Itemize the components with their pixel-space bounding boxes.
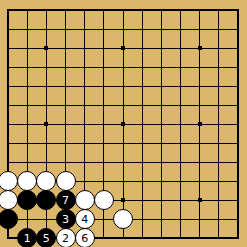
- black-stone[interactable]: 5: [36, 228, 56, 247]
- white-stone[interactable]: [94, 190, 114, 210]
- move-number: 3: [62, 214, 69, 225]
- white-stone[interactable]: [36, 171, 56, 191]
- white-stone[interactable]: [17, 171, 37, 191]
- stones-layer: 7341526: [0, 0, 247, 247]
- go-board[interactable]: 7341526: [0, 0, 247, 247]
- white-stone[interactable]: 6: [75, 228, 95, 247]
- black-stone[interactable]: [36, 190, 56, 210]
- white-stone[interactable]: [0, 171, 18, 191]
- move-number: 1: [24, 233, 31, 244]
- white-stone[interactable]: 4: [75, 209, 95, 229]
- move-number: 7: [62, 195, 69, 206]
- white-stone[interactable]: [75, 190, 95, 210]
- white-stone[interactable]: [113, 209, 133, 229]
- black-stone[interactable]: [17, 190, 37, 210]
- black-stone[interactable]: [0, 209, 18, 229]
- black-stone[interactable]: 7: [56, 190, 76, 210]
- move-number: 6: [81, 233, 88, 244]
- black-stone[interactable]: 3: [56, 209, 76, 229]
- white-stone[interactable]: [56, 171, 76, 191]
- white-stone[interactable]: [0, 190, 18, 210]
- move-number: 5: [43, 233, 50, 244]
- move-number: 2: [62, 233, 69, 244]
- white-stone[interactable]: 2: [56, 228, 76, 247]
- black-stone[interactable]: 1: [17, 228, 37, 247]
- move-number: 4: [81, 214, 88, 225]
